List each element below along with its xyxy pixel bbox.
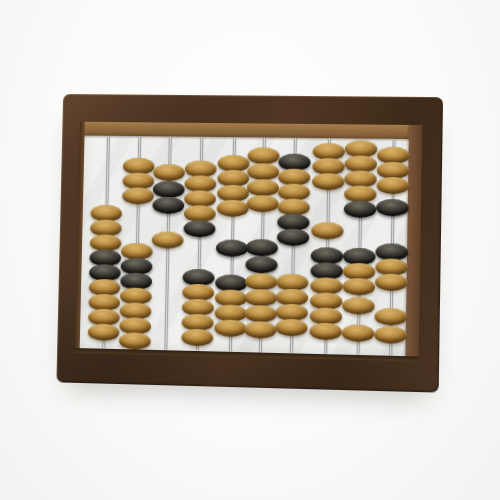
rod-3-bead-3-dark[interactable] xyxy=(152,197,184,214)
rod-9-bead-5-dark[interactable] xyxy=(344,200,377,218)
rod-10-bead-4-dark[interactable] xyxy=(376,199,409,217)
rod-1 xyxy=(88,136,122,349)
abacus xyxy=(56,94,443,393)
rod-2 xyxy=(120,136,154,350)
rod-3-bead-2-dark[interactable] xyxy=(153,181,185,198)
abacus-backboard xyxy=(75,122,423,362)
rod-6-bead-2-light[interactable] xyxy=(247,163,279,180)
rod-4-bead-5-dark[interactable] xyxy=(183,220,215,237)
rod-8-bead-3-light[interactable] xyxy=(312,173,344,190)
rod-2-bead-10-light[interactable] xyxy=(119,332,151,350)
rod-10-bead-8-light[interactable] xyxy=(374,308,407,326)
rod-8-bead-10-light[interactable] xyxy=(309,323,342,341)
rod-1-bead-9-light[interactable] xyxy=(88,323,120,341)
rod-5-bead-4-light[interactable] xyxy=(217,200,249,217)
rod-6-bead-1-light[interactable] xyxy=(247,147,279,164)
rod-9-bead-9-light[interactable] xyxy=(342,297,375,315)
rod-field xyxy=(81,136,409,357)
rod-4-bead-10-light[interactable] xyxy=(181,329,213,347)
rod-8 xyxy=(310,138,344,355)
rod-7-bead-10-light[interactable] xyxy=(275,319,307,337)
abacus-frame xyxy=(56,94,443,393)
rod-8-bead-4-light[interactable] xyxy=(311,222,344,240)
rod-7-bead-6-dark[interactable] xyxy=(277,228,309,246)
rod-9-bead-10-light[interactable] xyxy=(342,324,375,342)
rod-2-bead-3-light[interactable] xyxy=(122,187,154,204)
rod-5-bead-5-dark[interactable] xyxy=(216,239,248,257)
rod-6 xyxy=(245,137,279,353)
rod-5-bead-9-light[interactable] xyxy=(214,319,246,337)
rod-10-bead-9-light[interactable] xyxy=(374,326,407,344)
rod-6-bead-3-light[interactable] xyxy=(247,179,279,196)
rod-9 xyxy=(342,138,376,355)
rod-10 xyxy=(375,139,409,356)
rod-6-bead-8-light[interactable] xyxy=(245,289,277,307)
rod-6-bead-9-light[interactable] xyxy=(244,305,276,323)
rod-10-bead-7-light[interactable] xyxy=(375,273,408,291)
rod-7 xyxy=(276,138,310,354)
rod-6-bead-5-dark[interactable] xyxy=(246,239,278,257)
rod-3-bead-1-light[interactable] xyxy=(153,164,185,181)
rod-9-bead-8-light[interactable] xyxy=(342,278,375,296)
rod-4 xyxy=(182,137,216,352)
rod-3-bead-4-light[interactable] xyxy=(152,231,184,248)
rod-6-bead-10-light[interactable] xyxy=(244,321,276,339)
rod-6-bead-4-light[interactable] xyxy=(247,195,279,212)
rod-5 xyxy=(215,137,249,352)
rod-10-bead-3-light[interactable] xyxy=(377,177,410,195)
rod-6-bead-7-light[interactable] xyxy=(245,273,277,291)
rod-6-bead-6-dark[interactable] xyxy=(245,256,277,274)
rod-3 xyxy=(150,136,184,350)
